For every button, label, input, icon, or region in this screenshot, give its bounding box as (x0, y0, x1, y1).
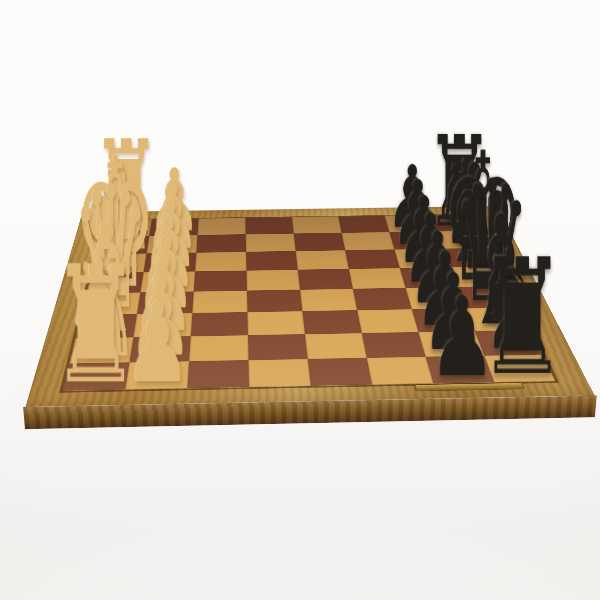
chess-scene: ♜♞♝♛♚♝♞♜♟♟♟♟♟♟♟♟♟♟♟♟♟♟♟♟♜♞♝♛♚♝♞♜ (60, 50, 540, 530)
square-b5[interactable] (305, 333, 367, 359)
square-c5[interactable] (302, 310, 361, 334)
square-d4[interactable] (247, 290, 302, 312)
black-pawn-a7[interactable]: ♟ (428, 282, 495, 392)
chess-board: ♜♞♝♛♚♝♞♜♟♟♟♟♟♟♟♟♟♟♟♟♟♟♟♟♜♞♝♛♚♝♞♜ (26, 206, 595, 407)
white-rook-a1[interactable]: ♜ (50, 245, 140, 407)
photo-backdrop: ♜♞♝♛♚♝♞♜♟♟♟♟♟♟♟♟♟♟♟♟♟♟♟♟♜♞♝♛♚♝♞♜ (0, 0, 600, 600)
square-d5[interactable] (300, 289, 357, 311)
square-a5[interactable] (308, 358, 372, 386)
square-a3[interactable] (187, 360, 249, 388)
square-c3[interactable] (191, 312, 248, 336)
square-c6[interactable] (357, 309, 418, 333)
square-b4[interactable] (248, 334, 308, 360)
square-d6[interactable] (353, 288, 412, 310)
square-a6[interactable] (367, 357, 434, 385)
square-b3[interactable] (189, 335, 248, 361)
square-d3[interactable] (192, 291, 247, 313)
square-b6[interactable] (362, 332, 426, 358)
square-a4[interactable] (249, 359, 311, 387)
square-c4[interactable] (247, 311, 305, 335)
